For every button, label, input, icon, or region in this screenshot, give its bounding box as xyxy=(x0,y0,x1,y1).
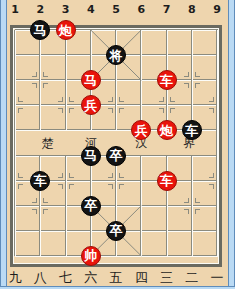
point-marker xyxy=(32,72,37,77)
point-marker xyxy=(69,97,74,102)
point-marker xyxy=(58,97,63,102)
file-label-bottom-7: 三 xyxy=(160,269,173,287)
point-marker xyxy=(58,173,63,178)
point-marker xyxy=(58,108,63,113)
xiangqi-board-window: 123456789 楚河汉界 马炮将马车兵兵炮车马卒车车卒卒帅 九八七六五四三二… xyxy=(0,0,235,289)
file-label-top-8: 8 xyxy=(188,3,196,16)
point-marker xyxy=(108,184,113,189)
file-label-top-9: 9 xyxy=(213,3,221,16)
file-line-3-1 xyxy=(65,30,67,130)
piece-black-horse[interactable]: 马 xyxy=(81,146,101,166)
file-label-bottom-1: 九 xyxy=(9,269,22,287)
file-label-bottom-3: 七 xyxy=(59,269,72,287)
file-line-8-1 xyxy=(191,30,193,130)
piece-black-pawn[interactable]: 卒 xyxy=(81,196,101,216)
point-marker xyxy=(32,83,37,88)
file-label-top-5: 5 xyxy=(112,3,120,16)
point-marker xyxy=(18,97,23,102)
point-marker xyxy=(69,173,74,178)
point-marker xyxy=(195,72,200,77)
point-marker xyxy=(43,209,48,214)
file-line-1 xyxy=(14,30,16,256)
point-marker xyxy=(18,184,23,189)
point-marker xyxy=(119,173,124,178)
file-label-top-4: 4 xyxy=(87,3,95,16)
point-marker xyxy=(108,97,113,102)
point-marker xyxy=(43,83,48,88)
piece-red-cannon[interactable]: 炮 xyxy=(56,20,76,40)
file-label-bottom-5: 五 xyxy=(110,269,123,287)
point-marker xyxy=(18,108,23,113)
point-marker xyxy=(119,108,124,113)
file-label-bottom-6: 四 xyxy=(135,269,148,287)
point-marker xyxy=(119,184,124,189)
point-marker xyxy=(108,108,113,113)
piece-red-cannon[interactable]: 炮 xyxy=(157,120,177,140)
file-label-top-1: 1 xyxy=(11,3,19,16)
river-text-char: 楚 xyxy=(42,135,54,152)
piece-black-chariot[interactable]: 车 xyxy=(30,171,50,191)
piece-red-chariot[interactable]: 车 xyxy=(157,70,177,90)
point-marker xyxy=(18,173,23,178)
point-marker xyxy=(209,184,214,189)
file-line-9 xyxy=(216,30,218,256)
point-marker xyxy=(184,72,189,77)
point-marker xyxy=(184,83,189,88)
point-marker xyxy=(43,198,48,203)
point-marker xyxy=(209,97,214,102)
file-label-bottom-4: 六 xyxy=(84,269,97,287)
piece-red-horse[interactable]: 马 xyxy=(81,70,101,90)
point-marker xyxy=(32,209,37,214)
point-marker xyxy=(108,173,113,178)
file-label-top-2: 2 xyxy=(36,3,44,16)
point-marker xyxy=(195,83,200,88)
point-marker xyxy=(170,97,175,102)
point-marker xyxy=(184,209,189,214)
piece-black-pawn[interactable]: 卒 xyxy=(106,221,126,241)
piece-red-chariot[interactable]: 车 xyxy=(157,171,177,191)
point-marker xyxy=(32,198,37,203)
file-line-5-2 xyxy=(115,156,117,256)
file-line-3-2 xyxy=(65,156,67,256)
file-label-top-7: 7 xyxy=(163,3,171,16)
point-marker xyxy=(195,198,200,203)
window-frame-right xyxy=(228,0,235,289)
window-frame-left xyxy=(0,0,7,289)
point-marker xyxy=(43,72,48,77)
file-label-bottom-8: 二 xyxy=(185,269,198,287)
point-marker xyxy=(119,97,124,102)
point-marker xyxy=(69,184,74,189)
point-marker xyxy=(209,173,214,178)
file-line-2-1 xyxy=(39,30,41,130)
piece-red-pawn[interactable]: 兵 xyxy=(81,95,101,115)
point-marker xyxy=(159,97,164,102)
piece-black-pawn[interactable]: 卒 xyxy=(106,146,126,166)
file-line-6-2 xyxy=(140,156,142,256)
file-label-bottom-9: 一 xyxy=(211,269,224,287)
point-marker xyxy=(170,108,175,113)
piece-black-general[interactable]: 将 xyxy=(106,45,126,65)
file-label-top-3: 3 xyxy=(62,3,70,16)
point-marker xyxy=(184,198,189,203)
file-line-8-2 xyxy=(191,156,193,256)
file-label-bottom-2: 八 xyxy=(34,269,47,287)
point-marker xyxy=(58,184,63,189)
point-marker xyxy=(69,108,74,113)
piece-red-general[interactable]: 帅 xyxy=(81,246,101,266)
point-marker xyxy=(159,108,164,113)
point-marker xyxy=(195,209,200,214)
file-line-6-1 xyxy=(140,30,142,130)
file-label-top-6: 6 xyxy=(137,3,145,16)
point-marker xyxy=(209,108,214,113)
